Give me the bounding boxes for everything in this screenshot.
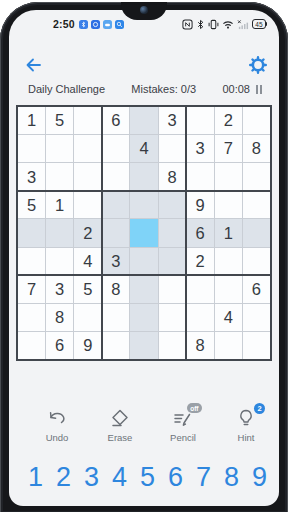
cell-r2c1[interactable] xyxy=(18,135,45,162)
numpad-3[interactable]: 3 xyxy=(84,458,99,496)
cell-r1c4[interactable]: 6 xyxy=(102,107,129,134)
phone-frame: 2:50 xyxy=(0,2,288,512)
cell-r9c1[interactable] xyxy=(18,332,45,359)
cell-r2c9[interactable]: 8 xyxy=(243,135,270,162)
undo-button[interactable]: Undo xyxy=(27,407,87,443)
bluetooth-app-icon xyxy=(79,20,88,29)
cell-r8c1[interactable] xyxy=(18,304,45,331)
eraser-icon xyxy=(109,407,131,429)
notification-icons xyxy=(79,20,124,29)
status-right-icons: 45 xyxy=(182,16,267,32)
cell-r6c9[interactable] xyxy=(243,248,270,275)
cell-r4c1[interactable]: 5 xyxy=(18,191,45,218)
circle-app-icon xyxy=(91,20,100,29)
cell-r2c6[interactable] xyxy=(159,135,186,162)
cell-r1c6[interactable]: 3 xyxy=(159,107,186,134)
cell-r7c4[interactable]: 8 xyxy=(102,276,129,303)
cell-r8c5[interactable] xyxy=(130,304,157,331)
cell-r7c3[interactable]: 5 xyxy=(74,276,101,303)
settings-gear-icon[interactable] xyxy=(248,55,268,75)
cell-r4c8[interactable] xyxy=(215,191,242,218)
back-button[interactable] xyxy=(23,55,43,75)
cell-r3c7[interactable] xyxy=(187,163,214,190)
cell-r7c7[interactable] xyxy=(187,276,214,303)
numpad-5[interactable]: 5 xyxy=(140,458,155,496)
cell-r5c5[interactable] xyxy=(130,219,157,246)
cell-r4c5[interactable] xyxy=(130,191,157,218)
hint-label: Hint xyxy=(238,432,255,443)
cell-r1c8[interactable]: 2 xyxy=(215,107,242,134)
cell-r7c9[interactable]: 6 xyxy=(243,276,270,303)
cell-r9c2[interactable]: 6 xyxy=(46,332,73,359)
cell-r8c9[interactable] xyxy=(243,304,270,331)
pencil-button[interactable]: off Pencil xyxy=(153,407,213,443)
cloud-app-icon xyxy=(103,20,112,29)
cell-r9c5[interactable] xyxy=(130,332,157,359)
cell-r9c6[interactable] xyxy=(159,332,186,359)
cell-r5c8[interactable]: 1 xyxy=(215,219,242,246)
cell-r2c5[interactable]: 4 xyxy=(130,135,157,162)
search-app-icon xyxy=(115,20,124,29)
cell-r3c6[interactable]: 8 xyxy=(159,163,186,190)
cell-r4c9[interactable] xyxy=(243,191,270,218)
pencil-off-badge: off xyxy=(187,403,202,413)
cell-r3c4[interactable] xyxy=(102,163,129,190)
signal-no-service-icon xyxy=(237,19,249,30)
wifi-icon xyxy=(222,19,234,30)
hint-count-badge: 2 xyxy=(254,403,265,414)
battery-icon: 45 xyxy=(252,19,267,29)
status-time: 2:50 xyxy=(53,18,75,30)
cell-r8c8[interactable]: 4 xyxy=(215,304,242,331)
nav-row xyxy=(9,54,279,76)
cell-r6c2[interactable] xyxy=(46,248,73,275)
numpad-6[interactable]: 6 xyxy=(168,458,183,496)
cell-r5c9[interactable] xyxy=(243,219,270,246)
numpad-8[interactable]: 8 xyxy=(224,458,239,496)
cell-r8c3[interactable] xyxy=(74,304,101,331)
cell-r1c2[interactable]: 5 xyxy=(46,107,73,134)
cell-r8c7[interactable] xyxy=(187,304,214,331)
cell-r4c2[interactable]: 1 xyxy=(46,191,73,218)
cell-r5c6[interactable] xyxy=(159,219,186,246)
cell-r5c1[interactable] xyxy=(18,219,45,246)
cell-r7c6[interactable] xyxy=(159,276,186,303)
cell-r5c4[interactable] xyxy=(102,219,129,246)
cell-r4c4[interactable] xyxy=(102,191,129,218)
numpad-1[interactable]: 1 xyxy=(28,458,43,496)
sudoku-board: 156324378385192614327358684698 xyxy=(16,105,272,361)
cell-r6c6[interactable] xyxy=(159,248,186,275)
undo-label: Undo xyxy=(46,432,69,443)
numpad-2[interactable]: 2 xyxy=(56,458,71,496)
cell-r3c5[interactable] xyxy=(130,163,157,190)
page-title: Daily Challenge xyxy=(28,83,105,95)
cell-r7c1[interactable]: 7 xyxy=(18,276,45,303)
pause-button[interactable] xyxy=(255,84,263,95)
number-pad: 123456789 xyxy=(28,458,267,496)
numpad-4[interactable]: 4 xyxy=(112,458,127,496)
cell-r3c1[interactable]: 3 xyxy=(18,163,45,190)
cell-r6c1[interactable] xyxy=(18,248,45,275)
cell-r1c3[interactable] xyxy=(74,107,101,134)
cell-r9c8[interactable] xyxy=(215,332,242,359)
numpad-7[interactable]: 7 xyxy=(196,458,211,496)
cell-r1c1[interactable]: 1 xyxy=(18,107,45,134)
cell-r4c6[interactable] xyxy=(159,191,186,218)
cell-r2c8[interactable]: 7 xyxy=(215,135,242,162)
cell-r6c7[interactable]: 2 xyxy=(187,248,214,275)
cell-r6c5[interactable] xyxy=(130,248,157,275)
cell-r2c3[interactable] xyxy=(74,135,101,162)
cell-r4c3[interactable] xyxy=(74,191,101,218)
pencil-icon: off xyxy=(172,407,194,429)
cell-r8c4[interactable] xyxy=(102,304,129,331)
cell-r4c7[interactable]: 9 xyxy=(187,191,214,218)
cell-r1c9[interactable] xyxy=(243,107,270,134)
cell-r6c8[interactable] xyxy=(215,248,242,275)
lightbulb-icon: 2 xyxy=(235,407,257,429)
cell-r3c3[interactable] xyxy=(74,163,101,190)
cell-r7c2[interactable]: 3 xyxy=(46,276,73,303)
cell-r1c5[interactable] xyxy=(130,107,157,134)
cell-r3c8[interactable] xyxy=(215,163,242,190)
phone-screen: 2:50 xyxy=(9,10,279,506)
cell-r6c3[interactable]: 4 xyxy=(74,248,101,275)
cell-r8c6[interactable] xyxy=(159,304,186,331)
mistakes-counter: Mistakes: 0/3 xyxy=(131,83,196,95)
erase-label: Erase xyxy=(108,432,133,443)
cell-r5c2[interactable] xyxy=(46,219,73,246)
cell-r9c4[interactable] xyxy=(102,332,129,359)
cell-r3c9[interactable] xyxy=(243,163,270,190)
undo-icon xyxy=(46,407,68,429)
cell-r7c5[interactable] xyxy=(130,276,157,303)
cell-r8c2[interactable]: 8 xyxy=(46,304,73,331)
cell-r7c8[interactable] xyxy=(215,276,242,303)
bluetooth-icon xyxy=(196,19,205,30)
cell-r9c3[interactable]: 9 xyxy=(74,332,101,359)
cell-r2c4[interactable] xyxy=(102,135,129,162)
cell-r5c7[interactable]: 6 xyxy=(187,219,214,246)
erase-button[interactable]: Erase xyxy=(90,407,150,443)
hint-button[interactable]: 2 Hint xyxy=(216,407,276,443)
cell-r5c3[interactable]: 2 xyxy=(74,219,101,246)
cell-r1c7[interactable] xyxy=(187,107,214,134)
cell-r9c7[interactable]: 8 xyxy=(187,332,214,359)
vibrate-icon xyxy=(208,19,219,30)
cell-r3c2[interactable] xyxy=(46,163,73,190)
cell-r9c9[interactable] xyxy=(243,332,270,359)
info-row: Daily Challenge Mistakes: 0/3 00:08 xyxy=(28,83,263,95)
cell-r2c7[interactable]: 3 xyxy=(187,135,214,162)
front-camera xyxy=(140,6,148,14)
pencil-label: Pencil xyxy=(170,432,196,443)
nfc-icon xyxy=(182,19,193,30)
timer: 00:08 xyxy=(222,83,250,95)
toolbar: Undo Erase off Pencil 2 Hin xyxy=(27,407,276,443)
numpad-9[interactable]: 9 xyxy=(252,458,267,496)
cell-r2c2[interactable] xyxy=(46,135,73,162)
cell-r6c4[interactable]: 3 xyxy=(102,248,129,275)
